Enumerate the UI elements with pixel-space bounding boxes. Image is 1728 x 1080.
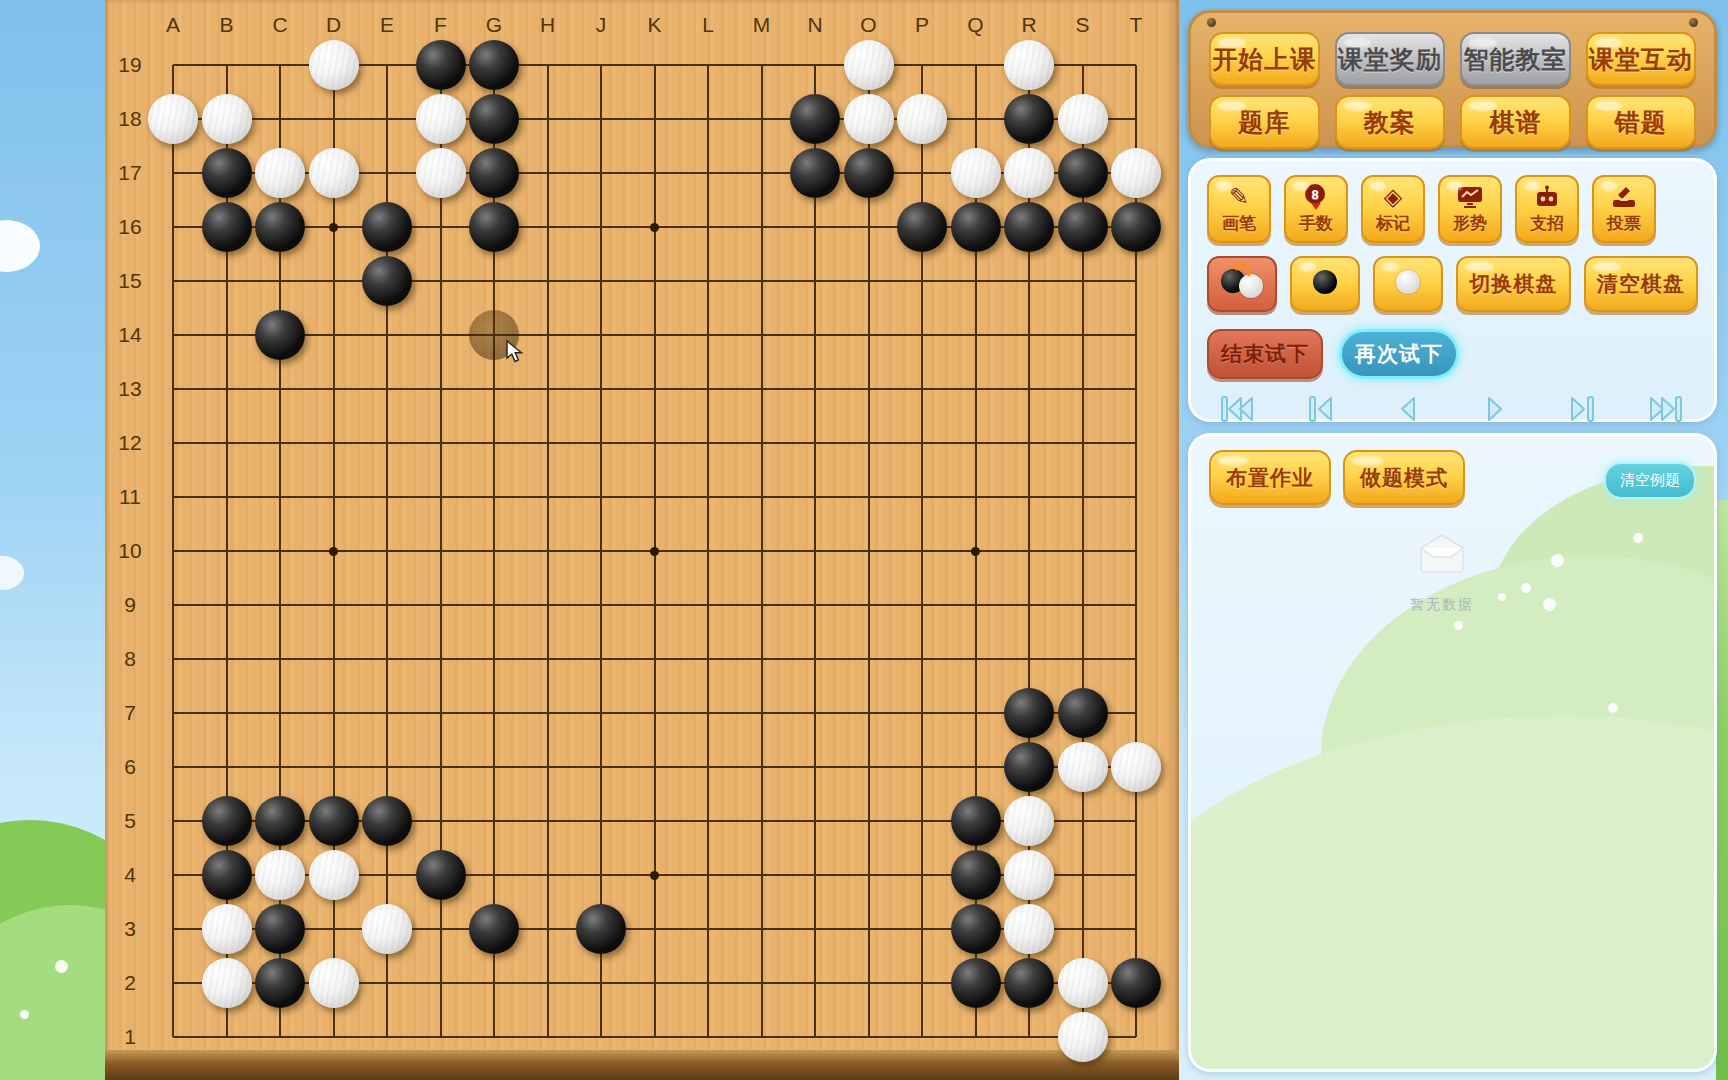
- stone-white-O18[interactable]: [844, 94, 894, 144]
- menu-button-row1-1[interactable]: 课堂奖励: [1335, 32, 1446, 86]
- column-label: P: [915, 13, 929, 37]
- stone-black-T2[interactable]: [1111, 958, 1161, 1008]
- stone-black-F19[interactable]: [416, 40, 466, 90]
- grid-line: [173, 658, 1136, 660]
- menu-row-2: 题库教案棋谱错题: [1209, 95, 1696, 149]
- column-label: C: [272, 13, 287, 37]
- tool-button-0[interactable]: ✎画笔: [1207, 175, 1271, 243]
- menu-button-row2-3[interactable]: 错题: [1586, 95, 1697, 149]
- column-label: B: [219, 13, 233, 37]
- menu-button-row2-1[interactable]: 教案: [1335, 95, 1446, 149]
- stone-black-G19[interactable]: [469, 40, 519, 90]
- stone-white-R19[interactable]: [1004, 40, 1054, 90]
- row-label: 18: [118, 107, 141, 131]
- retry-tryout-button[interactable]: 再次试下: [1339, 329, 1459, 379]
- row-label: 15: [118, 269, 141, 293]
- stone-black-B16[interactable]: [202, 202, 252, 252]
- empty-state: 暂无数据: [1377, 532, 1507, 614]
- column-label: R: [1021, 13, 1036, 37]
- stone-black-Q3[interactable]: [951, 904, 1001, 954]
- vote-icon: [1611, 183, 1637, 211]
- go-board[interactable]: ABCDEFGHJKLMNOPQRST191817161514131211109…: [105, 0, 1179, 1080]
- meadow-dot: [1633, 533, 1643, 543]
- column-label: O: [860, 13, 876, 37]
- menu-button-row1-0[interactable]: 开始上课: [1209, 32, 1320, 86]
- assign-homework-button[interactable]: 布置作业: [1209, 450, 1331, 505]
- board-edge: [105, 1050, 1179, 1080]
- stone-black-N18[interactable]: [790, 94, 840, 144]
- row-label: 12: [118, 431, 141, 455]
- row-label: 16: [118, 215, 141, 239]
- tool-button-label: 标记: [1376, 212, 1410, 235]
- stone-white-D17[interactable]: [309, 148, 359, 198]
- tools-card: ✎画笔8手数◈标记形势支招投票 切换棋盘清空棋盘 结束试下 再次试下: [1188, 158, 1717, 422]
- row-label: 17: [118, 161, 141, 185]
- stone-white-R3[interactable]: [1004, 904, 1054, 954]
- stone-black-C14[interactable]: [255, 310, 305, 360]
- star-point: [329, 223, 338, 232]
- step-forward-button[interactable]: [1560, 394, 1602, 428]
- row-label: 10: [118, 539, 141, 563]
- empty-box-icon: [1413, 532, 1471, 576]
- white-stone-button[interactable]: [1373, 256, 1443, 312]
- black-stone-button[interactable]: [1290, 256, 1360, 312]
- row-label: 2: [124, 971, 136, 995]
- empty-state-text: 暂无数据: [1377, 596, 1507, 614]
- stone-white-Q17[interactable]: [951, 148, 1001, 198]
- stone-black-E5[interactable]: [362, 796, 412, 846]
- cloud: [0, 220, 40, 272]
- step-forward-icon: [1563, 394, 1599, 428]
- stone-white-R17[interactable]: [1004, 148, 1054, 198]
- grid-line: [761, 65, 763, 1037]
- play-forward-icon: [1477, 394, 1513, 428]
- stone-white-R4[interactable]: [1004, 850, 1054, 900]
- stone-black-O17[interactable]: [844, 148, 894, 198]
- top-menu-card: 开始上课课堂奖励智能教室课堂互动 题库教案棋谱错题: [1188, 10, 1717, 148]
- stone-black-D5[interactable]: [309, 796, 359, 846]
- stone-white-E3[interactable]: [362, 904, 412, 954]
- black-stone-icon: [1313, 270, 1337, 298]
- row-label: 13: [118, 377, 141, 401]
- menu-button-row2-2[interactable]: 棋谱: [1460, 95, 1571, 149]
- grid-line: [868, 65, 870, 1037]
- grid-line: [173, 1036, 1136, 1038]
- menu-button-row2-0[interactable]: 题库: [1209, 95, 1320, 149]
- stone-white-S1[interactable]: [1058, 1012, 1108, 1062]
- tool-button-5[interactable]: 投票: [1592, 175, 1656, 243]
- meadow-blob: [1188, 716, 1717, 1072]
- stone-white-B3[interactable]: [202, 904, 252, 954]
- stone-black-G16[interactable]: [469, 202, 519, 252]
- star-point: [971, 547, 980, 556]
- meadow-dot: [1543, 598, 1556, 611]
- stone-black-R6[interactable]: [1004, 742, 1054, 792]
- stone-white-F17[interactable]: [416, 148, 466, 198]
- grid-line: [814, 65, 816, 1037]
- stone-black-S16[interactable]: [1058, 202, 1108, 252]
- clear-examples-button[interactable]: 清空例题: [1604, 462, 1696, 499]
- grid-line: [173, 604, 1136, 606]
- app-root: ABCDEFGHJKLMNOPQRST191817161514131211109…: [0, 0, 1728, 1080]
- play-back-button[interactable]: [1389, 394, 1431, 428]
- row-label: 14: [118, 323, 141, 347]
- row-label: 19: [118, 53, 141, 77]
- stone-white-O19[interactable]: [844, 40, 894, 90]
- stone-black-E15[interactable]: [362, 256, 412, 306]
- stone-black-R18[interactable]: [1004, 94, 1054, 144]
- tryout-row: 结束试下 再次试下: [1207, 329, 1698, 379]
- menu-row-1: 开始上课课堂奖励智能教室课堂互动: [1209, 32, 1696, 86]
- grid-line: [707, 65, 709, 1037]
- stone-white-F18[interactable]: [416, 94, 466, 144]
- stone-black-S17[interactable]: [1058, 148, 1108, 198]
- swap-stones-button[interactable]: [1207, 256, 1277, 312]
- stone-black-P16[interactable]: [897, 202, 947, 252]
- tool-button-label: 支招: [1530, 212, 1564, 235]
- stone-white-R5[interactable]: [1004, 796, 1054, 846]
- column-label: M: [753, 13, 771, 37]
- stone-white-B2[interactable]: [202, 958, 252, 1008]
- stone-black-B17[interactable]: [202, 148, 252, 198]
- star-point: [650, 871, 659, 880]
- column-label: F: [434, 13, 447, 37]
- column-label: N: [807, 13, 822, 37]
- skip-last-icon: [1649, 394, 1685, 428]
- tool-button-3[interactable]: 形势: [1438, 175, 1502, 243]
- stone-white-D4[interactable]: [309, 850, 359, 900]
- tool-button-label: 画笔: [1222, 212, 1256, 235]
- stone-white-P18[interactable]: [897, 94, 947, 144]
- stone-black-G3[interactable]: [469, 904, 519, 954]
- row-label: 1: [124, 1025, 136, 1049]
- stone-black-R2[interactable]: [1004, 958, 1054, 1008]
- end-tryout-button[interactable]: 结束试下: [1207, 329, 1323, 379]
- column-label: T: [1130, 13, 1143, 37]
- skip-first-icon: [1220, 394, 1256, 428]
- skip-last-button[interactable]: [1646, 394, 1688, 428]
- tool-button-label: 投票: [1607, 212, 1641, 235]
- stone-black-C16[interactable]: [255, 202, 305, 252]
- column-label: A: [166, 13, 180, 37]
- stone-white-C4[interactable]: [255, 850, 305, 900]
- meadow-dot: [1608, 703, 1618, 713]
- practice-mode-button[interactable]: 做题模式: [1343, 450, 1465, 505]
- move-count-icon: 8: [1305, 183, 1327, 211]
- stone-white-A18[interactable]: [148, 94, 198, 144]
- row-label: 9: [124, 593, 136, 617]
- tool-button-4[interactable]: 支招: [1515, 175, 1579, 243]
- hill-right: [1716, 500, 1728, 1080]
- stone-black-N17[interactable]: [790, 148, 840, 198]
- column-label: S: [1075, 13, 1089, 37]
- stone-black-C5[interactable]: [255, 796, 305, 846]
- stone-black-B4[interactable]: [202, 850, 252, 900]
- stone-black-G18[interactable]: [469, 94, 519, 144]
- meadow-dot: [1551, 554, 1564, 567]
- stone-black-E16[interactable]: [362, 202, 412, 252]
- white-stone-icon: [1396, 270, 1420, 298]
- stone-white-T6[interactable]: [1111, 742, 1161, 792]
- row-label: 8: [124, 647, 136, 671]
- column-label: H: [540, 13, 555, 37]
- row-label: 6: [124, 755, 136, 779]
- hill-dot: [20, 1010, 29, 1019]
- stone-white-D2[interactable]: [309, 958, 359, 1008]
- transport-row: [1207, 394, 1698, 428]
- clear-board-button[interactable]: 清空棋盘: [1584, 256, 1698, 312]
- column-label: E: [380, 13, 394, 37]
- stone-black-Q16[interactable]: [951, 202, 1001, 252]
- column-label: D: [326, 13, 341, 37]
- star-point: [650, 223, 659, 232]
- situation-icon: [1457, 183, 1483, 211]
- stone-black-Q2[interactable]: [951, 958, 1001, 1008]
- menu-button-row1-3[interactable]: 课堂互动: [1586, 32, 1697, 86]
- tool-button-label: 手数: [1299, 212, 1333, 235]
- lesson-head-row: 布置作业 做题模式 清空例题: [1209, 450, 1696, 505]
- stone-white-D19[interactable]: [309, 40, 359, 90]
- stone-black-R16[interactable]: [1004, 202, 1054, 252]
- stone-white-S18[interactable]: [1058, 94, 1108, 144]
- column-label: L: [702, 13, 714, 37]
- stone-black-J3[interactable]: [576, 904, 626, 954]
- tool-button-label: 形势: [1453, 212, 1487, 235]
- row-label: 3: [124, 917, 136, 941]
- mark-icon: ◈: [1384, 183, 1402, 211]
- stone-black-T16[interactable]: [1111, 202, 1161, 252]
- stone-white-C17[interactable]: [255, 148, 305, 198]
- stone-black-Q5[interactable]: [951, 796, 1001, 846]
- column-label: G: [486, 13, 502, 37]
- stone-black-C2[interactable]: [255, 958, 305, 1008]
- stone-white-B18[interactable]: [202, 94, 252, 144]
- stone-black-C3[interactable]: [255, 904, 305, 954]
- column-label: Q: [967, 13, 983, 37]
- swap-stones-icon: [1219, 265, 1265, 303]
- hint-icon: [1534, 183, 1560, 211]
- pencil-icon: ✎: [1229, 183, 1249, 211]
- meadow-dot: [1521, 583, 1531, 593]
- step-back-button[interactable]: [1303, 394, 1345, 428]
- hill-dot: [55, 960, 68, 973]
- stone-black-F4[interactable]: [416, 850, 466, 900]
- tool-icon-row: ✎画笔8手数◈标记形势支招投票: [1207, 175, 1698, 243]
- stone-black-R7[interactable]: [1004, 688, 1054, 738]
- meadow-dot: [1454, 621, 1463, 630]
- step-back-icon: [1306, 394, 1342, 428]
- tool-button-2[interactable]: ◈标记: [1361, 175, 1425, 243]
- row-label: 11: [119, 485, 141, 509]
- stone-white-S2[interactable]: [1058, 958, 1108, 1008]
- nail-icon: [1207, 18, 1216, 27]
- row-label: 7: [124, 701, 136, 725]
- stone-black-S7[interactable]: [1058, 688, 1108, 738]
- nail-icon: [1689, 18, 1698, 27]
- stone-black-G17[interactable]: [469, 148, 519, 198]
- grid-line: [173, 712, 1136, 714]
- cloud: [0, 556, 24, 590]
- star-point: [650, 547, 659, 556]
- row-label: 5: [124, 809, 136, 833]
- column-label: J: [596, 13, 607, 37]
- star-point: [329, 547, 338, 556]
- play-forward-button[interactable]: [1474, 394, 1516, 428]
- switch-board-button[interactable]: 切换棋盘: [1456, 256, 1570, 312]
- stone-black-B5[interactable]: [202, 796, 252, 846]
- mouse-cursor: [506, 340, 528, 365]
- play-back-icon: [1392, 394, 1428, 428]
- column-label: K: [647, 13, 661, 37]
- stone-button-row: 切换棋盘清空棋盘: [1207, 256, 1698, 312]
- row-label: 4: [124, 863, 136, 887]
- stone-black-Q4[interactable]: [951, 850, 1001, 900]
- menu-button-row1-2[interactable]: 智能教室: [1460, 32, 1571, 86]
- stone-white-T17[interactable]: [1111, 148, 1161, 198]
- grid-line: [173, 766, 1136, 768]
- tool-button-1[interactable]: 8手数: [1284, 175, 1348, 243]
- skip-first-button[interactable]: [1217, 394, 1259, 428]
- lesson-card: 布置作业 做题模式 清空例题 暂无数据: [1188, 433, 1717, 1072]
- stone-white-S6[interactable]: [1058, 742, 1108, 792]
